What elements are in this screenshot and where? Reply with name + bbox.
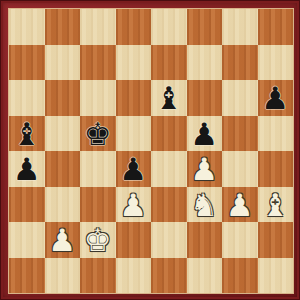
square-e5[interactable] xyxy=(151,116,187,152)
square-g1[interactable] xyxy=(222,258,258,294)
square-d7[interactable] xyxy=(116,45,152,81)
square-a1[interactable] xyxy=(9,258,45,294)
square-b6[interactable] xyxy=(45,80,81,116)
square-g5[interactable] xyxy=(222,116,258,152)
square-b7[interactable] xyxy=(45,45,81,81)
square-a6[interactable] xyxy=(9,80,45,116)
black-pawn-a4[interactable]: ♟ xyxy=(9,151,45,187)
square-e2[interactable] xyxy=(151,222,187,258)
square-d8[interactable] xyxy=(116,9,152,45)
square-d3[interactable]: ♟ xyxy=(116,187,152,223)
square-g6[interactable] xyxy=(222,80,258,116)
square-c8[interactable] xyxy=(80,9,116,45)
square-h6[interactable]: ♟ xyxy=(258,80,294,116)
square-b3[interactable] xyxy=(45,187,81,223)
square-e6[interactable]: ♝ xyxy=(151,80,187,116)
square-c1[interactable] xyxy=(80,258,116,294)
white-pawn-g3[interactable]: ♟ xyxy=(222,187,258,223)
square-h3[interactable]: ♝ xyxy=(258,187,294,223)
square-h5[interactable] xyxy=(258,116,294,152)
square-g3[interactable]: ♟ xyxy=(222,187,258,223)
square-h4[interactable] xyxy=(258,151,294,187)
square-e7[interactable] xyxy=(151,45,187,81)
square-d1[interactable] xyxy=(116,258,152,294)
square-f1[interactable] xyxy=(187,258,223,294)
square-f6[interactable] xyxy=(187,80,223,116)
square-a4[interactable]: ♟ xyxy=(9,151,45,187)
square-g2[interactable] xyxy=(222,222,258,258)
square-f8[interactable] xyxy=(187,9,223,45)
square-a7[interactable] xyxy=(9,45,45,81)
square-b4[interactable] xyxy=(45,151,81,187)
square-h7[interactable] xyxy=(258,45,294,81)
black-king-c5[interactable]: ♚ xyxy=(80,116,116,152)
square-a3[interactable] xyxy=(9,187,45,223)
board-frame: ♝♟♝♚♟♟♟♟♟♞♟♝♟♚ xyxy=(0,0,300,300)
black-bishop-a5[interactable]: ♝ xyxy=(9,116,45,152)
square-f3[interactable]: ♞ xyxy=(187,187,223,223)
square-f4[interactable]: ♟ xyxy=(187,151,223,187)
square-c5[interactable]: ♚ xyxy=(80,116,116,152)
chess-board: ♝♟♝♚♟♟♟♟♟♞♟♝♟♚ xyxy=(9,9,293,293)
square-g4[interactable] xyxy=(222,151,258,187)
square-a8[interactable] xyxy=(9,9,45,45)
square-d6[interactable] xyxy=(116,80,152,116)
square-f2[interactable] xyxy=(187,222,223,258)
square-e1[interactable] xyxy=(151,258,187,294)
black-bishop-e6[interactable]: ♝ xyxy=(151,80,187,116)
square-b1[interactable] xyxy=(45,258,81,294)
black-pawn-d4[interactable]: ♟ xyxy=(116,151,152,187)
square-h2[interactable] xyxy=(258,222,294,258)
white-pawn-b2[interactable]: ♟ xyxy=(45,222,81,258)
square-c4[interactable] xyxy=(80,151,116,187)
square-c7[interactable] xyxy=(80,45,116,81)
square-a5[interactable]: ♝ xyxy=(9,116,45,152)
square-d4[interactable]: ♟ xyxy=(116,151,152,187)
black-pawn-h6[interactable]: ♟ xyxy=(258,80,294,116)
square-c3[interactable] xyxy=(80,187,116,223)
square-c6[interactable] xyxy=(80,80,116,116)
black-pawn-f5[interactable]: ♟ xyxy=(187,116,223,152)
square-b8[interactable] xyxy=(45,9,81,45)
square-b5[interactable] xyxy=(45,116,81,152)
square-e8[interactable] xyxy=(151,9,187,45)
white-pawn-d3[interactable]: ♟ xyxy=(116,187,152,223)
square-e3[interactable] xyxy=(151,187,187,223)
square-a2[interactable] xyxy=(9,222,45,258)
square-g8[interactable] xyxy=(222,9,258,45)
white-bishop-h3[interactable]: ♝ xyxy=(258,187,294,223)
square-f7[interactable] xyxy=(187,45,223,81)
square-g7[interactable] xyxy=(222,45,258,81)
white-pawn-f4[interactable]: ♟ xyxy=(187,151,223,187)
square-d5[interactable] xyxy=(116,116,152,152)
white-king-c2[interactable]: ♚ xyxy=(80,222,116,258)
square-f5[interactable]: ♟ xyxy=(187,116,223,152)
square-c2[interactable]: ♚ xyxy=(80,222,116,258)
square-b2[interactable]: ♟ xyxy=(45,222,81,258)
square-h8[interactable] xyxy=(258,9,294,45)
white-knight-f3[interactable]: ♞ xyxy=(187,187,223,223)
square-e4[interactable] xyxy=(151,151,187,187)
square-d2[interactable] xyxy=(116,222,152,258)
square-h1[interactable] xyxy=(258,258,294,294)
